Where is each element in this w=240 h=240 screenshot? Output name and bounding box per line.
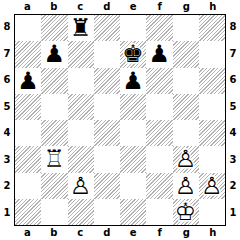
black-pawn-b7[interactable]: ♟♟ <box>41 41 67 67</box>
coord-label-b: b <box>41 0 68 14</box>
square-d2[interactable] <box>94 173 120 199</box>
square-g8[interactable] <box>173 15 199 41</box>
square-e7[interactable]: ♚♚ <box>120 41 146 67</box>
coord-label-c: c <box>67 0 94 14</box>
white-pawn-h2[interactable]: ♟♙ <box>199 173 225 199</box>
coord-label-8: 8 <box>0 14 14 41</box>
square-g5[interactable] <box>173 94 199 120</box>
coord-label-3: 3 <box>0 147 14 174</box>
black-king-icon: ♚ <box>120 41 146 67</box>
black-pawn-icon: ♟ <box>120 68 146 94</box>
white-pawn-c2[interactable]: ♟♙ <box>68 173 94 199</box>
square-h6[interactable] <box>199 68 225 94</box>
coord-label-c: c <box>67 226 94 240</box>
square-g7[interactable] <box>173 41 199 67</box>
black-pawn-e6[interactable]: ♟♟ <box>120 68 146 94</box>
black-rook-icon: ♜ <box>68 15 94 41</box>
square-a7[interactable] <box>15 41 41 67</box>
square-h3[interactable] <box>199 146 225 172</box>
black-pawn-icon: ♟ <box>146 41 172 67</box>
square-c4[interactable] <box>68 120 94 146</box>
white-pawn-g3[interactable]: ♟♙ <box>173 146 199 172</box>
black-pawn-f7[interactable]: ♟♟ <box>146 41 172 67</box>
square-b3[interactable]: ♜♖ <box>41 146 67 172</box>
coord-label-g: g <box>173 226 200 240</box>
white-pawn-icon: ♙ <box>173 146 199 172</box>
white-pawn-icon: ♙ <box>68 173 94 199</box>
coord-label-4: 4 <box>226 120 240 147</box>
square-c5[interactable] <box>68 94 94 120</box>
coord-label-8: 8 <box>226 14 240 41</box>
square-h4[interactable] <box>199 120 225 146</box>
coord-label-2: 2 <box>0 173 14 200</box>
square-c8[interactable]: ♜♜ <box>68 15 94 41</box>
coord-label-d: d <box>94 226 121 240</box>
square-g3[interactable]: ♟♙ <box>173 146 199 172</box>
square-c7[interactable] <box>68 41 94 67</box>
black-pawn-a6[interactable]: ♟♟ <box>15 68 41 94</box>
coord-label-5: 5 <box>226 94 240 121</box>
square-e5[interactable] <box>120 94 146 120</box>
square-f4[interactable] <box>146 120 172 146</box>
square-f3[interactable] <box>146 146 172 172</box>
square-b5[interactable] <box>41 94 67 120</box>
white-rook-icon: ♖ <box>41 146 67 172</box>
coord-label-g: g <box>173 0 200 14</box>
square-b4[interactable] <box>41 120 67 146</box>
square-d5[interactable] <box>94 94 120 120</box>
coord-label-b: b <box>41 226 68 240</box>
rank-labels-right: 87654321 <box>226 14 240 226</box>
white-pawn-icon: ♙ <box>199 173 225 199</box>
square-d6[interactable] <box>94 68 120 94</box>
coord-label-6: 6 <box>0 67 14 94</box>
square-a4[interactable] <box>15 120 41 146</box>
square-b1[interactable] <box>41 199 67 225</box>
square-h5[interactable] <box>199 94 225 120</box>
coord-label-d: d <box>94 0 121 14</box>
square-b8[interactable] <box>41 15 67 41</box>
square-a3[interactable] <box>15 146 41 172</box>
square-e8[interactable] <box>120 15 146 41</box>
coord-label-f: f <box>147 226 174 240</box>
white-king-icon: ♔ <box>173 199 199 225</box>
square-h1[interactable] <box>199 199 225 225</box>
white-king-g1[interactable]: ♚♔ <box>173 199 199 225</box>
square-d3[interactable] <box>94 146 120 172</box>
rank-labels-left: 87654321 <box>0 14 14 226</box>
square-g2[interactable]: ♟♙ <box>173 173 199 199</box>
square-c3[interactable] <box>68 146 94 172</box>
square-e6[interactable]: ♟♟ <box>120 68 146 94</box>
square-c2[interactable]: ♟♙ <box>68 173 94 199</box>
file-labels-bottom: abcdefgh <box>14 226 226 240</box>
square-e1[interactable] <box>120 199 146 225</box>
coord-label-7: 7 <box>0 41 14 68</box>
square-h7[interactable] <box>199 41 225 67</box>
coord-label-1: 1 <box>226 200 240 227</box>
square-g4[interactable] <box>173 120 199 146</box>
black-pawn-icon: ♟ <box>15 68 41 94</box>
coord-label-e: e <box>120 226 147 240</box>
square-a6[interactable]: ♟♟ <box>15 68 41 94</box>
coord-label-f: f <box>147 0 174 14</box>
file-labels-top: abcdefgh <box>14 0 226 14</box>
square-f7[interactable]: ♟♟ <box>146 41 172 67</box>
square-h2[interactable]: ♟♙ <box>199 173 225 199</box>
coord-label-2: 2 <box>226 173 240 200</box>
square-d1[interactable] <box>94 199 120 225</box>
square-a8[interactable] <box>15 15 41 41</box>
square-c6[interactable] <box>68 68 94 94</box>
square-a2[interactable] <box>15 173 41 199</box>
coord-label-a: a <box>14 226 41 240</box>
square-g6[interactable] <box>173 68 199 94</box>
white-rook-b3[interactable]: ♜♖ <box>41 146 67 172</box>
chess-board: ♜♜♟♟♚♚♟♟♟♟♟♟♜♖♟♙♟♙♟♙♟♙♚♔ <box>14 14 226 226</box>
white-pawn-g2[interactable]: ♟♙ <box>173 173 199 199</box>
square-d4[interactable] <box>94 120 120 146</box>
coord-label-h: h <box>200 0 227 14</box>
square-g1[interactable]: ♚♔ <box>173 199 199 225</box>
square-b6[interactable] <box>41 68 67 94</box>
square-d8[interactable] <box>94 15 120 41</box>
square-a5[interactable] <box>15 94 41 120</box>
coord-label-a: a <box>14 0 41 14</box>
coord-label-5: 5 <box>0 94 14 121</box>
square-e4[interactable] <box>120 120 146 146</box>
black-king-e7[interactable]: ♚♚ <box>120 41 146 67</box>
square-b2[interactable] <box>41 173 67 199</box>
square-e2[interactable] <box>120 173 146 199</box>
square-f6[interactable] <box>146 68 172 94</box>
white-pawn-icon: ♙ <box>173 173 199 199</box>
square-a1[interactable] <box>15 199 41 225</box>
square-h8[interactable] <box>199 15 225 41</box>
coord-label-1: 1 <box>0 200 14 227</box>
coord-label-h: h <box>200 226 227 240</box>
square-c1[interactable] <box>68 199 94 225</box>
square-e3[interactable] <box>120 146 146 172</box>
square-f1[interactable] <box>146 199 172 225</box>
coord-label-4: 4 <box>0 120 14 147</box>
coord-label-6: 6 <box>226 67 240 94</box>
coord-label-7: 7 <box>226 41 240 68</box>
black-pawn-icon: ♟ <box>41 41 67 67</box>
coord-label-e: e <box>120 0 147 14</box>
square-f5[interactable] <box>146 94 172 120</box>
chess-diagram: abcdefgh 87654321 ♜♜♟♟♚♚♟♟♟♟♟♟♜♖♟♙♟♙♟♙♟♙… <box>0 0 240 240</box>
square-d7[interactable] <box>94 41 120 67</box>
square-f2[interactable] <box>146 173 172 199</box>
square-b7[interactable]: ♟♟ <box>41 41 67 67</box>
black-rook-c8[interactable]: ♜♜ <box>68 15 94 41</box>
coord-label-3: 3 <box>226 147 240 174</box>
square-f8[interactable] <box>146 15 172 41</box>
